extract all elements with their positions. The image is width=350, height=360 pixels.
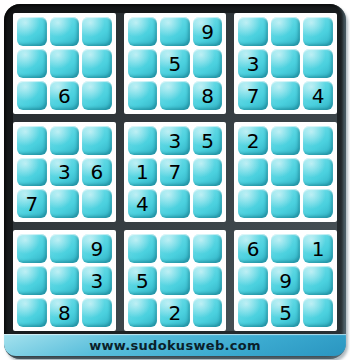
sudoku-cell: 7 bbox=[238, 81, 268, 110]
sudoku-cell: 5 bbox=[128, 266, 158, 295]
sudoku-cell[interactable] bbox=[303, 49, 333, 78]
sudoku-box: 6195 bbox=[234, 230, 337, 331]
sudoku-cell[interactable] bbox=[82, 17, 112, 46]
sudoku-cell[interactable] bbox=[50, 17, 80, 46]
sudoku-cell[interactable] bbox=[82, 49, 112, 78]
sudoku-box: 2 bbox=[234, 122, 337, 223]
sudoku-cell[interactable] bbox=[17, 158, 47, 187]
sudoku-cell: 5 bbox=[271, 298, 301, 327]
sudoku-cell: 9 bbox=[82, 234, 112, 263]
sudoku-cell: 4 bbox=[128, 189, 158, 218]
cell-digit: 7 bbox=[169, 161, 182, 182]
cell-digit: 4 bbox=[136, 193, 149, 214]
sudoku-cell[interactable] bbox=[17, 266, 47, 295]
cell-digit: 9 bbox=[91, 238, 104, 259]
sudoku-cell[interactable] bbox=[160, 81, 190, 110]
site-url-label: www.sudokusweb.com bbox=[89, 338, 261, 353]
sudoku-cell: 6 bbox=[82, 158, 112, 187]
cell-digit: 6 bbox=[58, 85, 71, 106]
sudoku-cell: 8 bbox=[193, 81, 223, 110]
sudoku-cell[interactable] bbox=[160, 234, 190, 263]
sudoku-cell[interactable] bbox=[128, 298, 158, 327]
sudoku-cell[interactable] bbox=[160, 189, 190, 218]
sudoku-cell: 3 bbox=[160, 126, 190, 155]
sudoku-cell: 1 bbox=[303, 234, 333, 263]
sudoku-box: 52 bbox=[124, 230, 227, 331]
sudoku-cell: 3 bbox=[238, 49, 268, 78]
sudoku-cell[interactable] bbox=[193, 189, 223, 218]
sudoku-cell[interactable] bbox=[271, 81, 301, 110]
sudoku-cell: 9 bbox=[271, 266, 301, 295]
sudoku-cell[interactable] bbox=[17, 49, 47, 78]
sudoku-cell[interactable] bbox=[128, 234, 158, 263]
sudoku-cell[interactable] bbox=[303, 298, 333, 327]
sudoku-cell: 7 bbox=[17, 189, 47, 218]
sudoku-cell: 3 bbox=[82, 266, 112, 295]
cell-digit: 5 bbox=[201, 130, 214, 151]
sudoku-cell[interactable] bbox=[193, 49, 223, 78]
sudoku-cell[interactable] bbox=[271, 234, 301, 263]
sudoku-cell[interactable] bbox=[271, 126, 301, 155]
sudoku-cell[interactable] bbox=[238, 158, 268, 187]
sudoku-cell[interactable] bbox=[271, 17, 301, 46]
sudoku-cell: 2 bbox=[160, 298, 190, 327]
sudoku-cell[interactable] bbox=[17, 17, 47, 46]
sudoku-board: 6958374367351742938526195 bbox=[13, 13, 337, 331]
sudoku-cell[interactable] bbox=[303, 189, 333, 218]
sudoku-cell[interactable] bbox=[50, 189, 80, 218]
sudoku-cell[interactable] bbox=[303, 126, 333, 155]
sudoku-cell: 3 bbox=[50, 158, 80, 187]
board-frame: 6958374367351742938526195 www.sudokusweb… bbox=[4, 4, 346, 359]
cell-digit: 9 bbox=[279, 270, 292, 291]
sudoku-cell: 6 bbox=[50, 81, 80, 110]
sudoku-cell: 4 bbox=[303, 81, 333, 110]
sudoku-cell[interactable] bbox=[82, 126, 112, 155]
sudoku-cell: 6 bbox=[238, 234, 268, 263]
sudoku-cell[interactable] bbox=[50, 266, 80, 295]
sudoku-box: 35174 bbox=[124, 122, 227, 223]
sudoku-cell[interactable] bbox=[50, 234, 80, 263]
sudoku-cell[interactable] bbox=[128, 81, 158, 110]
sudoku-cell[interactable] bbox=[303, 266, 333, 295]
cell-digit: 2 bbox=[169, 302, 182, 323]
cell-digit: 5 bbox=[169, 53, 182, 74]
cell-digit: 4 bbox=[312, 85, 325, 106]
sudoku-cell[interactable] bbox=[193, 158, 223, 187]
sudoku-box: 958 bbox=[124, 13, 227, 114]
sudoku-cell[interactable] bbox=[193, 298, 223, 327]
sudoku-box: 367 bbox=[13, 122, 116, 223]
sudoku-cell[interactable] bbox=[17, 126, 47, 155]
cell-digit: 5 bbox=[279, 302, 292, 323]
sudoku-cell[interactable] bbox=[193, 266, 223, 295]
cell-digit: 3 bbox=[247, 53, 260, 74]
cell-digit: 3 bbox=[91, 270, 104, 291]
sudoku-cell[interactable] bbox=[17, 234, 47, 263]
sudoku-cell[interactable] bbox=[303, 158, 333, 187]
sudoku-cell[interactable] bbox=[238, 266, 268, 295]
sudoku-cell: 8 bbox=[50, 298, 80, 327]
sudoku-cell[interactable] bbox=[17, 298, 47, 327]
cell-digit: 8 bbox=[58, 302, 71, 323]
cell-digit: 5 bbox=[136, 270, 149, 291]
sudoku-cell: 7 bbox=[160, 158, 190, 187]
sudoku-cell[interactable] bbox=[50, 126, 80, 155]
sudoku-cell[interactable] bbox=[271, 189, 301, 218]
sudoku-box: 938 bbox=[13, 230, 116, 331]
sudoku-cell: 5 bbox=[160, 49, 190, 78]
cell-digit: 7 bbox=[25, 193, 38, 214]
sudoku-cell[interactable] bbox=[238, 298, 268, 327]
sudoku-cell[interactable] bbox=[238, 189, 268, 218]
sudoku-cell[interactable] bbox=[128, 126, 158, 155]
sudoku-cell[interactable] bbox=[160, 17, 190, 46]
sudoku-cell[interactable] bbox=[17, 81, 47, 110]
sudoku-cell[interactable] bbox=[50, 49, 80, 78]
sudoku-cell: 9 bbox=[193, 17, 223, 46]
cell-digit: 8 bbox=[201, 85, 214, 106]
sudoku-cell[interactable] bbox=[128, 49, 158, 78]
sudoku-cell[interactable] bbox=[303, 17, 333, 46]
cell-digit: 6 bbox=[247, 238, 260, 259]
sudoku-cell: 5 bbox=[193, 126, 223, 155]
sudoku-cell: 1 bbox=[128, 158, 158, 187]
cell-digit: 3 bbox=[169, 130, 182, 151]
sudoku-cell[interactable] bbox=[82, 298, 112, 327]
sudoku-box: 6 bbox=[13, 13, 116, 114]
cell-digit: 7 bbox=[247, 85, 260, 106]
sudoku-box: 374 bbox=[234, 13, 337, 114]
cell-digit: 3 bbox=[58, 161, 71, 182]
cell-digit: 1 bbox=[136, 161, 149, 182]
sudoku-cell[interactable] bbox=[160, 266, 190, 295]
cell-digit: 2 bbox=[247, 130, 260, 151]
sudoku-cell[interactable] bbox=[82, 189, 112, 218]
sudoku-cell: 2 bbox=[238, 126, 268, 155]
sudoku-cell[interactable] bbox=[271, 158, 301, 187]
sudoku-cell[interactable] bbox=[238, 17, 268, 46]
cell-digit: 6 bbox=[91, 161, 104, 182]
cell-digit: 9 bbox=[201, 21, 214, 42]
footer-banner: www.sudokusweb.com bbox=[4, 334, 346, 356]
sudoku-cell[interactable] bbox=[128, 17, 158, 46]
cell-digit: 1 bbox=[312, 238, 325, 259]
sudoku-cell[interactable] bbox=[82, 81, 112, 110]
sudoku-cell[interactable] bbox=[193, 234, 223, 263]
sudoku-cell[interactable] bbox=[271, 49, 301, 78]
